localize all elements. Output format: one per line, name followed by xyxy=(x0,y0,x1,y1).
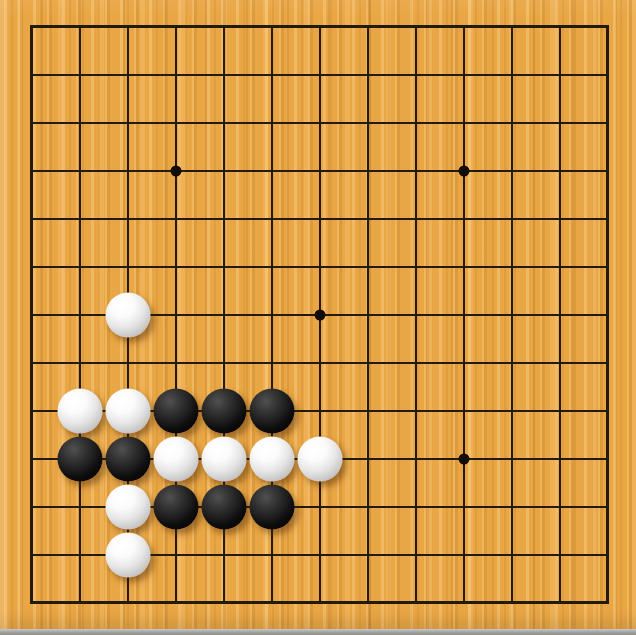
white-stone xyxy=(106,389,151,434)
star-point xyxy=(459,166,470,177)
grid-line-vertical xyxy=(463,26,465,604)
black-stone xyxy=(106,437,151,482)
white-stone xyxy=(106,293,151,338)
black-stone xyxy=(202,389,247,434)
black-stone xyxy=(250,485,295,530)
white-stone xyxy=(154,437,199,482)
white-stone xyxy=(202,437,247,482)
white-stone xyxy=(298,437,343,482)
grid-line-vertical xyxy=(511,26,513,604)
grid-line-horizontal xyxy=(31,362,609,364)
star-point xyxy=(315,310,326,321)
star-point xyxy=(171,166,182,177)
star-point xyxy=(459,454,470,465)
white-stone xyxy=(250,437,295,482)
black-stone xyxy=(58,437,103,482)
black-stone xyxy=(154,389,199,434)
white-stone xyxy=(106,533,151,578)
black-stone xyxy=(250,389,295,434)
grid-line-vertical xyxy=(415,26,417,604)
white-stone xyxy=(106,485,151,530)
board-bottom-edge xyxy=(0,629,636,635)
grid-line-vertical xyxy=(559,26,561,604)
go-board[interactable] xyxy=(0,0,636,635)
grid-line-vertical xyxy=(367,26,369,604)
black-stone xyxy=(202,485,247,530)
white-stone xyxy=(58,389,103,434)
black-stone xyxy=(154,485,199,530)
